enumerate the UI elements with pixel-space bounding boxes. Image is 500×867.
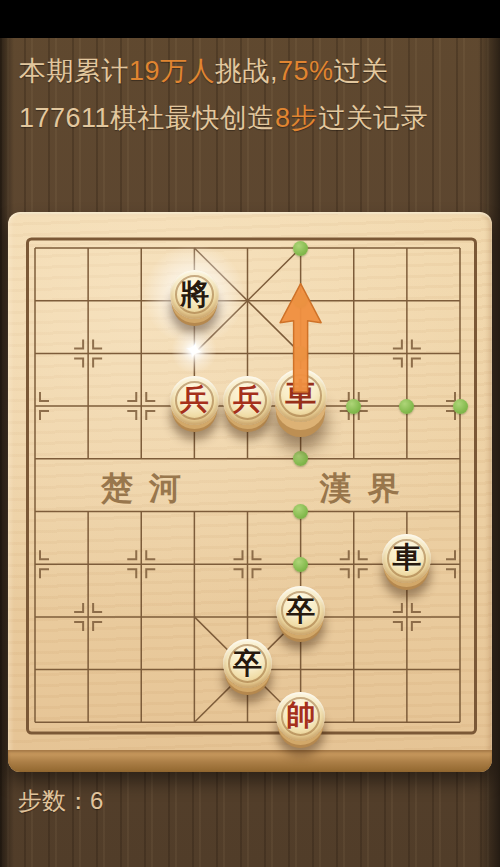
record-steps: 8步: [275, 103, 318, 133]
record-stats-line: 177611棋社最快创造8步过关记录: [19, 100, 428, 136]
stat-pass-rate: 75%: [278, 56, 334, 86]
move-target-dot[interactable]: [453, 399, 468, 414]
stat-prefix: 本期累计: [19, 56, 129, 86]
piece-black-soldier-b[interactable]: 卒: [223, 639, 272, 688]
piece-red-general[interactable]: 帥: [276, 692, 325, 741]
piece-face: 帥: [276, 692, 325, 741]
river-label-chu-he: 楚河: [85, 467, 197, 511]
stat-challenge-text: 挑战,: [215, 56, 278, 86]
piece-face: 車: [382, 534, 431, 583]
stat-pass-suffix: 过关: [334, 56, 389, 86]
piece-face: 卒: [276, 586, 325, 635]
stat-participants-count: 19万人: [129, 56, 215, 86]
piece-black-general[interactable]: 將: [170, 270, 219, 319]
piece-red-chariot[interactable]: 車: [274, 369, 327, 422]
piece-face: 兵: [223, 376, 272, 425]
move-target-dot[interactable]: [293, 241, 308, 256]
piece-black-soldier-a[interactable]: 卒: [276, 586, 325, 635]
board-bottom-edge: [8, 750, 492, 772]
piece-red-soldier-b[interactable]: 兵: [223, 376, 272, 425]
challenge-stats-line: 本期累计19万人挑战,75%过关: [19, 53, 389, 89]
piece-black-chariot[interactable]: 車: [382, 534, 431, 583]
steps-counter: 步数：6: [18, 785, 103, 817]
piece-face: 卒: [223, 639, 272, 688]
status-bar: [0, 0, 500, 38]
app-screen: 本期累计19万人挑战,75%过关 177611棋社最快创造8步过关记录 楚河 漢…: [0, 0, 500, 867]
river-label-han-jie: 漢界: [304, 467, 416, 511]
move-target-dot[interactable]: [293, 557, 308, 572]
move-target-dot[interactable]: [293, 346, 308, 361]
steps-label: 步数：: [18, 787, 90, 814]
record-club-prefix: 177611棋社最快创造: [19, 103, 275, 133]
piece-face: 兵: [170, 376, 219, 425]
piece-face: 將: [170, 270, 219, 319]
record-suffix: 过关记录: [318, 103, 428, 133]
piece-face: 車: [274, 369, 327, 422]
piece-red-soldier-a[interactable]: 兵: [170, 376, 219, 425]
steps-value: 6: [90, 787, 103, 814]
move-target-dot[interactable]: [346, 399, 361, 414]
move-target-dot[interactable]: [399, 399, 414, 414]
